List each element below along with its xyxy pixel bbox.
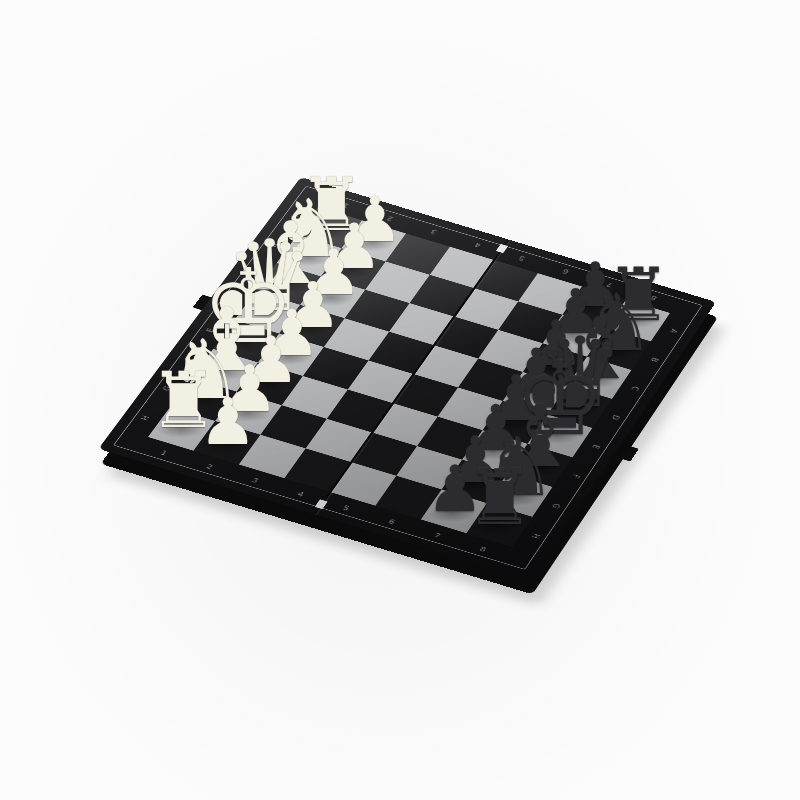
fold-seam-notch-bottom (315, 499, 328, 509)
rank-label-2-h-side: 2 (205, 463, 214, 470)
rank-label-1-h-side: 1 (159, 449, 168, 456)
rank-label-5-a-side: 5 (517, 255, 526, 262)
rank-label-3-h-side: 3 (251, 477, 260, 484)
fold-seam-notch-top (496, 244, 508, 253)
rank-label-4-h-side: 4 (296, 491, 305, 498)
rank-label-4-a-side: 4 (473, 242, 482, 249)
rank-label-3-a-side: 3 (430, 228, 439, 235)
product-photo-scene: AA11BB22CC33DD44EE55FF66GG77HH88 ♜♞♝♛♚♝♞… (0, 0, 800, 800)
rank-label-5-h-side: 5 (342, 504, 351, 511)
piece-white-pawn-h2[interactable]: ♟ (199, 389, 257, 454)
piece-black-rook-h8[interactable]: ♜ (465, 460, 533, 536)
rank-label-7-h-side: 7 (433, 532, 442, 539)
rank-label-6-h-side: 6 (387, 518, 396, 525)
rank-label-8-h-side: 8 (478, 546, 487, 553)
